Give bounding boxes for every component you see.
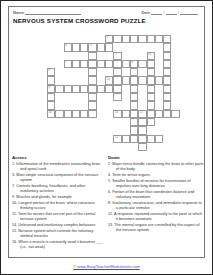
grid-gap [113,143,121,151]
grid-gap [105,118,113,126]
grid-gap [64,76,72,84]
grid-gap [97,101,105,109]
grid-gap [180,60,188,68]
grid-cell[interactable] [105,43,113,51]
grid-cell[interactable] [130,101,138,109]
worksheet-page: Name Date / / NERVOUS SYSTEM CROSSWORD P… [0,0,213,275]
grid-gap [147,43,155,51]
grid-cell[interactable]: 12 [138,110,146,118]
grid-cell[interactable] [163,93,171,101]
clue-number: 7 [65,61,67,64]
grid-cell[interactable]: 2 [163,35,171,43]
grid-gap [122,143,130,151]
grid-gap [105,52,113,60]
grid-cell[interactable] [88,68,96,76]
clue-number: 10 [107,78,110,81]
grid-gap [72,76,80,84]
grid-gap [122,101,130,109]
clue-number: 12 [140,111,143,114]
grid-gap [105,110,113,118]
grid-cell[interactable] [147,76,155,84]
grid-gap [64,126,72,134]
grid-cell[interactable] [138,135,146,143]
grid-gap [180,135,188,143]
grid-gap [171,143,179,151]
grid-cell[interactable] [155,76,163,84]
grid-cell[interactable] [113,93,121,101]
grid-gap [55,43,63,51]
grid-gap [138,93,146,101]
grid-cell[interactable] [130,76,138,84]
grid-cell[interactable]: 14 [113,110,121,118]
grid-gap [147,126,155,134]
date-group: Date / / [141,10,198,15]
grid-cell[interactable] [138,143,146,151]
clue-item: 7. Controls breathing, heartbeats, and o… [12,184,104,194]
clue-item: 5. Smaller bundles of neurons for transm… [108,179,204,189]
grid-gap [180,76,188,84]
grid-cell[interactable] [88,110,96,118]
grid-cell[interactable] [113,35,121,43]
grid-cell[interactable] [163,68,171,76]
grid-cell[interactable]: 7 [64,60,72,68]
grid-gap [64,101,72,109]
grid-cell[interactable]: 4 [88,43,96,51]
grid-gap [155,85,163,93]
grid-cell[interactable] [105,60,113,68]
grid-cell[interactable] [122,135,130,143]
clue-number: 2 [165,36,167,39]
grid-cell[interactable] [130,93,138,101]
grid-gap [80,68,88,76]
grid-gap [80,135,88,143]
grid-gap [105,93,113,101]
grid-gap [72,52,80,60]
grid-gap [155,101,163,109]
grid-gap [171,52,179,60]
grid-gap [97,126,105,134]
grid-cell[interactable] [130,135,138,143]
grid-cell[interactable] [47,93,55,101]
grid-gap [55,68,63,76]
clue-number: 16 [49,111,52,114]
grid-gap [171,118,179,126]
grid-cell[interactable] [130,110,138,118]
down-heading: Down [108,155,204,161]
grid-cell[interactable] [113,68,121,76]
grid-gap [113,43,121,51]
grid-cell[interactable] [130,35,138,43]
grid-cell[interactable] [171,110,179,118]
clue-number: 15 [115,136,118,139]
clue-item: 14. Unlearned and involuntary complex be… [12,223,104,228]
grid-cell[interactable] [147,85,155,93]
grid-cell[interactable] [80,60,88,68]
date-label: Date [141,10,150,15]
grid-gap [97,135,105,143]
grid-gap [180,110,188,118]
grid-cell[interactable] [138,118,146,126]
grid-cell[interactable]: 6 [130,60,138,68]
grid-gap [80,93,88,101]
grid-gap [163,118,171,126]
date-year-line[interactable] [180,10,198,15]
grid-gap [55,126,63,134]
grid-gap [105,68,113,76]
grid-gap [97,52,105,60]
grid-gap [155,143,163,151]
grid-gap [64,35,72,43]
clue-number: 6 [131,61,133,64]
grid-gap [72,118,80,126]
grid-cell[interactable] [130,85,138,93]
grid-cell[interactable] [130,118,138,126]
grid-cell[interactable] [88,85,96,93]
clue-number: 13 [148,53,151,56]
grid-gap [122,93,130,101]
name-input-line[interactable] [25,10,81,15]
grid-cell[interactable] [122,35,130,43]
grid-gap [171,93,179,101]
grid-gap [138,101,146,109]
grid-cell[interactable] [72,85,80,93]
grid-gap [171,43,179,51]
grid-gap [47,143,55,151]
grid-cell[interactable] [72,60,80,68]
across-heading: Across [12,155,104,161]
grid-cell[interactable]: 16 [47,110,55,118]
grid-gap [72,135,80,143]
across-clues-section: Across 1. Inflammation of the membranes … [12,155,104,251]
grid-cell[interactable]: 10 [105,76,113,84]
grid-gap [180,126,188,134]
clue-item: 8. Involuntary, unconscious, and immedia… [108,201,204,211]
grid-cell[interactable] [163,110,171,118]
grid-cell[interactable] [122,60,130,68]
name-label: Name [13,10,24,15]
date-month-line[interactable] [151,10,162,15]
grid-cell[interactable]: 13 [147,52,155,60]
grid-gap [163,135,171,143]
grid-cell[interactable] [80,85,88,93]
clue-number: 1 [107,36,109,39]
grid-gap [155,126,163,134]
grid-cell[interactable] [88,60,96,68]
down-clue-list: 2. Major nerve bundle connecting the bra… [108,162,204,233]
grid-gap [72,35,80,43]
grid-gap [171,85,179,93]
grid-gap [171,60,179,68]
grid-cell[interactable] [88,52,96,60]
down-clues-section: Down 2. Major nerve bundle connecting th… [108,155,204,234]
grid-gap [180,143,188,151]
grid-gap [80,126,88,134]
grid-gap [47,118,55,126]
grid-gap [47,52,55,60]
grid-gap [72,101,80,109]
grid-gap [55,143,63,151]
grid-cell[interactable]: 15 [113,135,121,143]
clue-item: 16. When a muscle is constantly used it … [12,240,104,250]
grid-cell[interactable] [147,135,155,143]
grid-cell[interactable] [55,85,63,93]
clue-item: 13. The internal organs are controlled b… [108,223,204,233]
grid-gap [171,76,179,84]
grid-cell[interactable] [147,101,155,109]
grid-gap [97,35,105,43]
clue-number: 4 [90,44,92,47]
grid-gap [97,118,105,126]
grid-cell[interactable] [55,110,63,118]
grid-gap [64,143,72,151]
grid-cell[interactable] [113,76,121,84]
grid-gap [180,93,188,101]
grid-cell[interactable] [163,60,171,68]
grid-gap [113,126,121,134]
grid-gap [72,126,80,134]
grid-cell[interactable] [147,68,155,76]
clue-number: 14 [115,111,118,114]
date-slash-1: / [163,10,164,15]
grid-gap [180,85,188,93]
clue-item: 15. Nervous system which controls the vo… [12,229,104,239]
grid-cell[interactable]: 1 [105,35,113,43]
grid-gap [180,35,188,43]
clue-item: 2. Major nerve bundle connecting the bra… [108,162,204,172]
grid-gap [97,93,105,101]
grid-gap [180,52,188,60]
grid-cell[interactable] [147,110,155,118]
clue-number: 9 [49,86,51,89]
grid-gap [155,118,163,126]
grid-gap [55,60,63,68]
grid-cell[interactable] [88,93,96,101]
grid-gap [47,35,55,43]
grid-gap [155,60,163,68]
grid-cell[interactable] [64,110,72,118]
grid-gap [122,85,130,93]
grid-cell[interactable] [88,76,96,84]
grid-gap [97,68,105,76]
grid-gap [55,135,63,143]
grid-gap [47,43,55,51]
grid-cell[interactable] [163,101,171,109]
grid-gap [80,118,88,126]
grid-gap [105,126,113,134]
grid-gap [105,135,113,143]
grid-cell[interactable] [122,76,130,84]
footer-link[interactable]: © www.EasyTeacherWorksheets.com [73,264,139,269]
grid-gap [130,143,138,151]
grid-cell[interactable] [105,85,113,93]
grid-gap [130,43,138,51]
grid-cell[interactable] [97,43,105,51]
footer: © www.EasyTeacherWorksheets.com [1,264,212,269]
grid-gap [163,143,171,151]
grid-gap [155,93,163,101]
grid-cell[interactable] [163,85,171,93]
grid-gap [138,85,146,93]
grid-gap [138,52,146,60]
grid-gap [64,118,72,126]
grid-cell[interactable] [147,60,155,68]
grid-gap [138,43,146,51]
grid-cell[interactable] [147,93,155,101]
grid-gap [155,68,163,76]
grid-cell[interactable] [113,85,121,93]
grid-gap [55,76,63,84]
grid-gap [72,143,80,151]
grid-gap [64,52,72,60]
grid-gap [80,101,88,109]
grid-gap [80,52,88,60]
grid-gap [105,101,113,109]
page-title: NERVOUS SYSTEM CROSSWORD PUZZLE [13,17,146,24]
grid-gap [97,143,105,151]
grid-cell[interactable] [113,60,121,68]
grid-cell[interactable] [47,101,55,109]
grid-gap [80,143,88,151]
grid-gap [155,52,163,60]
grid-gap [180,118,188,126]
clue-item: 9. Muscles and glands, for example [12,195,104,200]
grid-cell[interactable] [155,135,163,143]
grid-gap [80,76,88,84]
grid-cell[interactable] [47,76,55,84]
grid-cell[interactable]: 9 [47,85,55,93]
clue-number: 3 [65,44,67,47]
grid-gap [88,135,96,143]
grid-cell[interactable] [130,68,138,76]
grid-gap [97,110,105,118]
grid-gap [47,126,55,134]
clue-item: 6. Portion of the brain that coordinates… [108,190,204,200]
clue-item: 12. A response repeated constantly to th… [108,212,204,222]
grid-gap [171,68,179,76]
grid-cell[interactable] [80,43,88,51]
grid-gap [88,143,96,151]
grid-cell[interactable] [147,35,155,43]
grid-cell[interactable] [138,35,146,43]
grid-gap [64,93,72,101]
grid-gap [180,68,188,76]
grid-gap [163,126,171,134]
grid-gap [55,93,63,101]
grid-gap [171,101,179,109]
clue-item: 4. Term for sense organs [108,173,204,178]
grid-gap [113,118,121,126]
grid-gap [180,43,188,51]
grid-gap [171,126,179,134]
clue-item: 3. Most simple structural component of t… [12,173,104,183]
grid-cell[interactable] [80,110,88,118]
grid-gap [97,76,105,84]
clue-number: 5 [115,53,117,56]
crossword-grid: 123451376810916141215 [47,35,188,151]
grid-gap [55,35,63,43]
grid-gap [155,43,163,51]
grid-cell[interactable] [88,101,96,109]
grid-gap [147,143,155,151]
grid-gap [72,68,80,76]
grid-cell[interactable]: 5 [113,52,121,60]
grid-gap [80,35,88,43]
grid-gap [55,101,63,109]
grid-cell[interactable] [163,52,171,60]
grid-gap [171,135,179,143]
grid-cell[interactable] [138,76,146,84]
grid-gap [122,68,130,76]
clue-item: 11. Term for nerves that are not part of… [12,212,104,222]
grid-cell[interactable] [72,43,80,51]
date-slash-2: / [178,10,179,15]
grid-cell[interactable] [122,110,130,118]
grid-gap [64,135,72,143]
grid-cell[interactable] [163,76,171,84]
across-clue-list: 1. Inflammation of the membranes surroun… [12,162,104,250]
grid-gap [113,101,121,109]
grid-gap [130,52,138,60]
grid-gap [180,101,188,109]
grid-gap [72,93,80,101]
grid-cell[interactable] [130,126,138,134]
clue-number: 8 [49,69,51,72]
grid-gap [88,126,96,134]
grid-gap [138,68,146,76]
grid-cell[interactable] [97,60,105,68]
grid-cell[interactable] [97,85,105,93]
grid-cell[interactable]: 8 [47,68,55,76]
grid-gap [88,118,96,126]
grid-gap [47,135,55,143]
date-day-line[interactable] [166,10,177,15]
grid-gap [171,35,179,43]
grid-gap [47,60,55,68]
grid-gap [64,68,72,76]
grid-cell[interactable]: 3 [64,43,72,51]
grid-gap [122,52,130,60]
grid-cell[interactable] [147,118,155,126]
grid-gap [55,118,63,126]
grid-cell[interactable] [138,126,146,134]
grid-gap [88,35,96,43]
grid-gap [122,43,130,51]
grid-cell[interactable] [155,35,163,43]
clue-item: 10. Longest portion of the brain; where … [12,201,104,211]
grid-gap [105,143,113,151]
clue-item: 1. Inflammation of the membranes surroun… [12,162,104,172]
header-row: Name Date / / [13,10,200,17]
grid-cell[interactable] [163,43,171,51]
grid-gap [122,118,130,126]
grid-cell[interactable] [72,110,80,118]
grid-cell[interactable] [64,85,72,93]
grid-gap [122,126,130,134]
grid-gap [55,52,63,60]
grid-cell[interactable] [155,110,163,118]
grid-cell[interactable] [138,60,146,68]
